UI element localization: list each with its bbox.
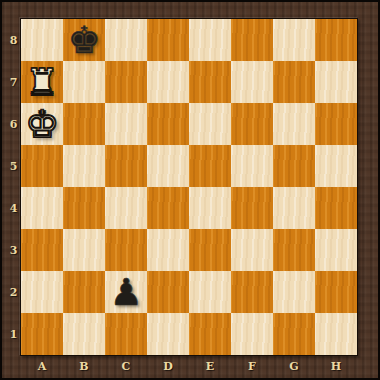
square-d4[interactable] <box>147 187 189 229</box>
square-d5[interactable] <box>147 145 189 187</box>
square-c4[interactable] <box>105 187 147 229</box>
square-c2[interactable]: ♟ <box>105 271 147 313</box>
square-g8[interactable] <box>273 19 315 61</box>
square-d1[interactable] <box>147 313 189 355</box>
square-e6[interactable] <box>189 103 231 145</box>
square-b6[interactable] <box>63 103 105 145</box>
square-g5[interactable] <box>273 145 315 187</box>
square-a7[interactable]: ♜ <box>21 61 63 103</box>
square-d8[interactable] <box>147 19 189 61</box>
file-label-g: G <box>273 355 315 377</box>
board: ♚♜♚♟ <box>20 18 358 356</box>
square-c8[interactable] <box>105 19 147 61</box>
square-f8[interactable] <box>231 19 273 61</box>
piece-black-pawn[interactable]: ♟ <box>109 274 142 311</box>
square-g2[interactable] <box>273 271 315 313</box>
square-a3[interactable] <box>21 229 63 271</box>
square-f7[interactable] <box>231 61 273 103</box>
square-b8[interactable]: ♚ <box>63 19 105 61</box>
file-labels: ABCDEFGH <box>21 355 357 377</box>
square-e2[interactable] <box>189 271 231 313</box>
square-e8[interactable] <box>189 19 231 61</box>
square-f3[interactable] <box>231 229 273 271</box>
square-h7[interactable] <box>315 61 357 103</box>
square-f6[interactable] <box>231 103 273 145</box>
piece-white-king[interactable]: ♚ <box>25 106 58 143</box>
square-c6[interactable] <box>105 103 147 145</box>
file-label-f: F <box>231 355 273 377</box>
square-h5[interactable] <box>315 145 357 187</box>
square-d7[interactable] <box>147 61 189 103</box>
square-h1[interactable] <box>315 313 357 355</box>
piece-white-rook[interactable]: ♜ <box>25 64 58 101</box>
square-b3[interactable] <box>63 229 105 271</box>
file-label-e: E <box>189 355 231 377</box>
square-b5[interactable] <box>63 145 105 187</box>
square-h2[interactable] <box>315 271 357 313</box>
square-b4[interactable] <box>63 187 105 229</box>
square-g4[interactable] <box>273 187 315 229</box>
file-label-c: C <box>105 355 147 377</box>
square-c7[interactable] <box>105 61 147 103</box>
square-a2[interactable] <box>21 271 63 313</box>
square-e1[interactable] <box>189 313 231 355</box>
square-h6[interactable] <box>315 103 357 145</box>
square-b7[interactable] <box>63 61 105 103</box>
square-h4[interactable] <box>315 187 357 229</box>
square-f5[interactable] <box>231 145 273 187</box>
square-c5[interactable] <box>105 145 147 187</box>
square-g3[interactable] <box>273 229 315 271</box>
square-e4[interactable] <box>189 187 231 229</box>
square-a8[interactable] <box>21 19 63 61</box>
square-e5[interactable] <box>189 145 231 187</box>
square-f4[interactable] <box>231 187 273 229</box>
file-label-d: D <box>147 355 189 377</box>
square-a5[interactable] <box>21 145 63 187</box>
file-label-b: B <box>63 355 105 377</box>
square-b2[interactable] <box>63 271 105 313</box>
square-f2[interactable] <box>231 271 273 313</box>
square-g7[interactable] <box>273 61 315 103</box>
square-h3[interactable] <box>315 229 357 271</box>
chess-board-window: 87654321 ♚♜♚♟ ABCDEFGH <box>0 0 380 380</box>
square-d6[interactable] <box>147 103 189 145</box>
file-label-h: H <box>315 355 357 377</box>
square-h8[interactable] <box>315 19 357 61</box>
square-e3[interactable] <box>189 229 231 271</box>
file-label-a: A <box>21 355 63 377</box>
square-a6[interactable]: ♚ <box>21 103 63 145</box>
square-c3[interactable] <box>105 229 147 271</box>
square-a4[interactable] <box>21 187 63 229</box>
square-e7[interactable] <box>189 61 231 103</box>
square-b1[interactable] <box>63 313 105 355</box>
square-d2[interactable] <box>147 271 189 313</box>
square-g1[interactable] <box>273 313 315 355</box>
square-f1[interactable] <box>231 313 273 355</box>
square-g6[interactable] <box>273 103 315 145</box>
square-a1[interactable] <box>21 313 63 355</box>
piece-black-king[interactable]: ♚ <box>67 22 100 59</box>
square-c1[interactable] <box>105 313 147 355</box>
square-d3[interactable] <box>147 229 189 271</box>
